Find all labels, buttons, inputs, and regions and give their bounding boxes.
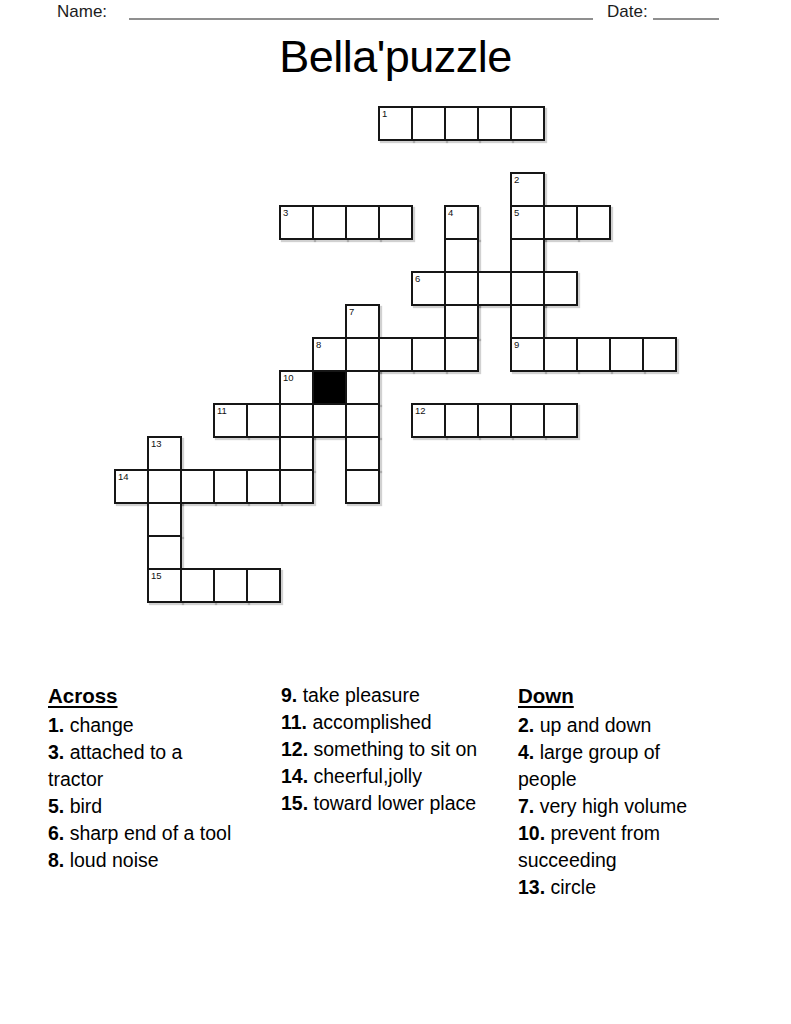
grid-cell[interactable] (378, 205, 413, 240)
grid-cell[interactable] (246, 568, 281, 603)
cell-number: 15 (151, 570, 162, 581)
grid-cell[interactable] (345, 436, 380, 471)
clue-item: 14. cheerful,jolly (281, 763, 486, 790)
puzzle-title: Bella'puzzle (0, 31, 791, 83)
grid-cell[interactable] (411, 337, 446, 372)
grid-cell[interactable] (576, 205, 611, 240)
worksheet-page: Name: Date: Bella'puzzle 123456789101112… (0, 0, 791, 1024)
across-clue-list-2: 9. take pleasure11. accomplished12. some… (281, 682, 486, 817)
grid-cell[interactable]: 1 (378, 106, 413, 141)
grid-cell[interactable] (279, 436, 314, 471)
grid-cell[interactable]: 2 (510, 172, 545, 207)
clue-item: 1. change (48, 712, 240, 739)
grid-cell[interactable]: 9 (510, 337, 545, 372)
clue-number: 1. (48, 714, 64, 736)
grid-cell[interactable] (312, 403, 347, 438)
grid-cell[interactable] (543, 337, 578, 372)
grid-cell[interactable] (543, 205, 578, 240)
cell-number: 10 (283, 372, 294, 383)
clue-item: 5. bird (48, 793, 240, 820)
grid-cell[interactable]: 4 (444, 205, 479, 240)
clue-number: 14. (281, 765, 308, 787)
cell-number: 3 (283, 207, 288, 218)
clue-item: 7. very high volume (518, 793, 696, 820)
clue-item: 4. large group of people (518, 739, 696, 793)
clue-number: 7. (518, 795, 534, 817)
cell-number: 6 (415, 273, 420, 284)
grid-cell[interactable] (477, 271, 512, 306)
grid-cell[interactable]: 5 (510, 205, 545, 240)
clue-number: 15. (281, 792, 308, 814)
clue-number: 9. (281, 684, 297, 706)
clue-number: 5. (48, 795, 64, 817)
clue-item: 11. accomplished (281, 709, 486, 736)
grid-cell[interactable] (510, 106, 545, 141)
grid-cell[interactable] (180, 469, 215, 504)
across-column-1: Across 1. change3. attached to a tractor… (48, 682, 240, 874)
grid-cell[interactable] (147, 535, 182, 570)
grid-cell[interactable] (510, 403, 545, 438)
date-label: Date: (607, 2, 648, 22)
clue-item: 6. sharp end of a tool (48, 820, 240, 847)
clue-number: 10. (518, 822, 545, 844)
grid-cell[interactable] (477, 106, 512, 141)
cell-number: 11 (217, 405, 227, 416)
grid-cell[interactable] (246, 469, 281, 504)
across-heading: Across (48, 682, 240, 709)
grid-cell[interactable] (444, 337, 479, 372)
cell-number: 5 (514, 207, 519, 218)
across-column-2: 9. take pleasure11. accomplished12. some… (281, 682, 486, 817)
grid-cell[interactable] (147, 502, 182, 537)
down-heading: Down (518, 682, 696, 709)
clue-item: 10. prevent from succeeding (518, 820, 696, 874)
name-label: Name: (57, 2, 107, 22)
grid-cell[interactable] (510, 238, 545, 273)
grid-cell[interactable] (543, 271, 578, 306)
clue-number: 13. (518, 876, 545, 898)
grid-cell[interactable] (444, 106, 479, 141)
grid-cell[interactable]: 13 (147, 436, 182, 471)
grid-cell[interactable] (345, 469, 380, 504)
cell-number: 9 (514, 339, 519, 350)
crossword-grid: 123456789101112131415 (114, 106, 677, 603)
grid-cell[interactable] (444, 403, 479, 438)
cell-number: 4 (448, 207, 453, 218)
grid-cell[interactable] (477, 403, 512, 438)
clue-number: 6. (48, 822, 64, 844)
grid-cell[interactable] (444, 238, 479, 273)
grid-cell[interactable]: 8 (312, 337, 347, 372)
grid-cell[interactable] (213, 568, 248, 603)
grid-cell[interactable] (345, 337, 380, 372)
grid-cell[interactable]: 14 (114, 469, 149, 504)
cell-number: 12 (415, 405, 426, 416)
grid-cell[interactable] (510, 271, 545, 306)
clue-number: 12. (281, 738, 308, 760)
grid-cell[interactable] (345, 403, 380, 438)
black-cell (312, 370, 347, 405)
grid-cell[interactable] (279, 403, 314, 438)
clue-number: 8. (48, 849, 64, 871)
grid-cell[interactable]: 3 (279, 205, 314, 240)
grid-cell[interactable] (576, 337, 611, 372)
grid-cell[interactable]: 6 (411, 271, 446, 306)
clue-item: 2. up and down (518, 712, 696, 739)
grid-cell[interactable]: 7 (345, 304, 380, 339)
grid-cell[interactable] (279, 469, 314, 504)
cell-number: 2 (514, 174, 519, 185)
name-field-line[interactable] (129, 1, 593, 20)
grid-cell[interactable]: 12 (411, 403, 446, 438)
cell-number: 14 (118, 471, 129, 482)
grid-cell[interactable] (444, 271, 479, 306)
clue-item: 15. toward lower place (281, 790, 486, 817)
grid-cell[interactable]: 15 (147, 568, 182, 603)
clue-item: 13. circle (518, 874, 696, 901)
grid-cell[interactable]: 11 (213, 403, 248, 438)
cell-number: 8 (316, 339, 321, 350)
clue-item: 9. take pleasure (281, 682, 486, 709)
grid-cell[interactable] (378, 337, 413, 372)
clue-item: 8. loud noise (48, 847, 240, 874)
grid-cell[interactable] (147, 469, 182, 504)
grid-cell[interactable] (543, 403, 578, 438)
clue-item: 3. attached to a tractor (48, 739, 240, 793)
clue-item: 12. something to sit on (281, 736, 486, 763)
grid-cell[interactable] (180, 568, 215, 603)
grid-cell[interactable] (312, 205, 347, 240)
grid-cell[interactable] (246, 403, 281, 438)
cell-number: 7 (349, 306, 354, 317)
date-field-line[interactable] (653, 1, 719, 20)
cell-number: 1 (382, 108, 387, 119)
down-clue-list: 2. up and down4. large group of people7.… (518, 712, 696, 901)
clue-number: 11. (281, 711, 307, 733)
clue-number: 2. (518, 714, 534, 736)
grid-cell[interactable]: 10 (279, 370, 314, 405)
grid-cell[interactable] (642, 337, 677, 372)
cell-number: 13 (151, 438, 162, 449)
across-clue-list-1: 1. change3. attached to a tractor5. bird… (48, 712, 240, 874)
down-column: Down 2. up and down4. large group of peo… (518, 682, 696, 901)
grid-cell[interactable] (345, 370, 380, 405)
grid-cell[interactable] (609, 337, 644, 372)
grid-cell[interactable] (510, 304, 545, 339)
grid-cell[interactable] (444, 304, 479, 339)
grid-cell[interactable] (213, 469, 248, 504)
grid-cell[interactable] (411, 106, 446, 141)
grid-cell[interactable] (345, 205, 380, 240)
clue-number: 4. (518, 741, 534, 763)
clue-number: 3. (48, 741, 64, 763)
